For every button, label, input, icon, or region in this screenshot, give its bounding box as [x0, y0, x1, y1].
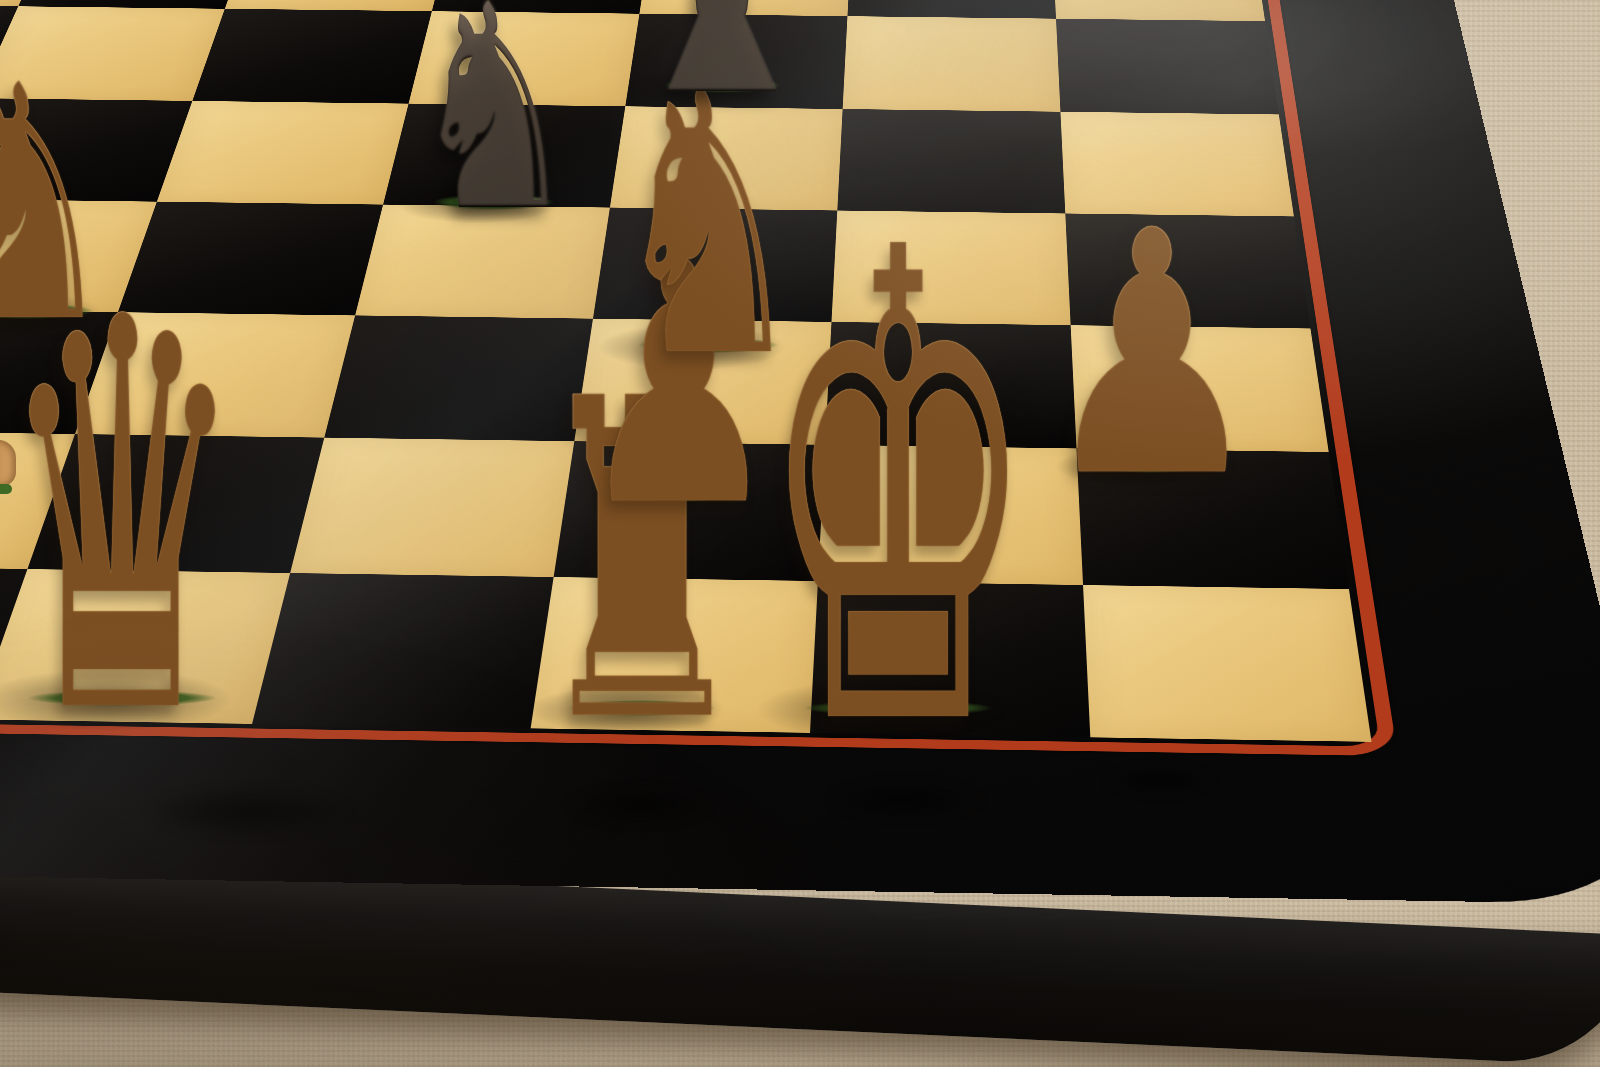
piece-white-d1[interactable]: ♛: [0, 249, 245, 788]
piece-white-h2[interactable]: ♟: [1041, 187, 1264, 523]
square-h7: [1052, 0, 1265, 21]
square-h1: [1083, 585, 1371, 742]
piece-reflection: [1085, 758, 1235, 802]
square-d5: [157, 101, 409, 205]
square-g6: [843, 16, 1061, 112]
square-h6: [1056, 19, 1279, 115]
piece-white-g1[interactable]: ♚: [758, 167, 1037, 816]
chess-photo-scene: ♞♛♞♜♟♞♝♚♟: [0, 0, 1600, 1067]
square-d6: [192, 9, 432, 104]
piece-black-e4[interactable]: ♞: [410, 0, 577, 251]
